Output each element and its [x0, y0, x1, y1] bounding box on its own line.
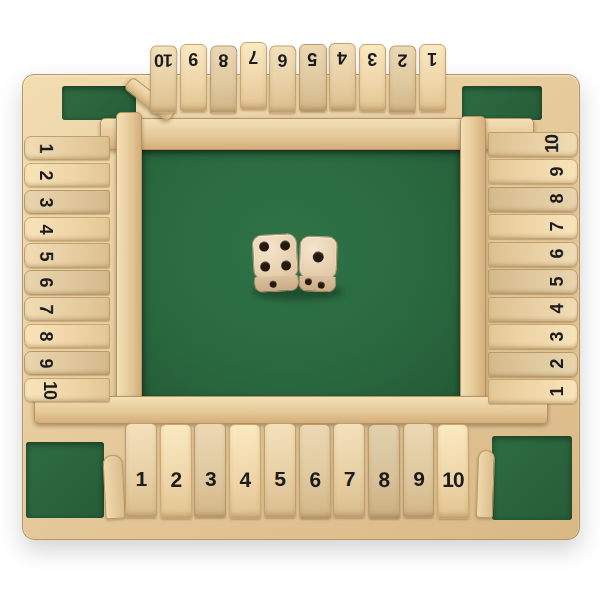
die-left[interactable] — [252, 233, 300, 293]
tile-number: 3 — [195, 468, 225, 489]
tile-row-top: 10987654321 — [150, 44, 446, 112]
tile-number: 10 — [151, 51, 176, 69]
tile-number: 8 — [37, 332, 55, 341]
tile-top-6[interactable]: 6 — [269, 45, 297, 113]
tile-number: 7 — [37, 305, 55, 314]
tile-number: 1 — [420, 50, 445, 68]
die-right[interactable] — [298, 235, 338, 292]
tile-number: 9 — [181, 50, 206, 68]
tile-number: 6 — [547, 250, 565, 259]
tile-number: 6 — [37, 278, 55, 287]
tile-bottom-9[interactable]: 9 — [403, 423, 435, 518]
tile-number: 2 — [161, 469, 191, 490]
felt-tray-corner-top-right — [462, 86, 542, 120]
tile-bottom-4[interactable]: 4 — [229, 424, 261, 519]
die-pip — [281, 260, 292, 271]
tile-top-8[interactable]: 8 — [209, 45, 237, 113]
tile-right-8[interactable]: 8 — [488, 187, 578, 212]
tile-left-1[interactable]: 1 — [24, 136, 110, 160]
tile-bottom-6[interactable]: 6 — [298, 424, 330, 519]
tile-number: 8 — [369, 469, 399, 490]
tile-top-7[interactable]: 7 — [240, 42, 267, 110]
tile-number: 6 — [270, 51, 295, 69]
tile-number: 2 — [547, 360, 565, 369]
die-pip — [260, 261, 271, 272]
inner-rail-left — [116, 112, 142, 404]
tile-top-5[interactable]: 5 — [299, 44, 326, 112]
tile-number: 9 — [547, 167, 565, 176]
tile-number: 4 — [330, 49, 356, 67]
die-left-top-face — [252, 233, 299, 280]
tile-number: 3 — [547, 332, 565, 341]
tile-number: 10 — [41, 381, 59, 399]
tile-number: 5 — [300, 50, 325, 68]
die-right-front-face — [298, 275, 337, 292]
tile-number: 8 — [211, 51, 236, 69]
tile-bottom-1[interactable]: 1 — [125, 423, 157, 518]
tile-right-1[interactable]: 1 — [488, 379, 578, 404]
tile-bottom-3[interactable]: 3 — [194, 423, 226, 518]
tile-number: 4 — [230, 469, 260, 490]
tile-number: 10 — [438, 469, 468, 490]
tile-row-right: 10987654321 — [488, 132, 578, 404]
tile-left-9[interactable]: 9 — [24, 351, 110, 375]
tile-bottom-2[interactable]: 2 — [159, 424, 191, 519]
tile-left-2[interactable]: 2 — [24, 163, 110, 187]
tile-right-3[interactable]: 3 — [488, 324, 578, 349]
tile-left-3[interactable]: 3 — [24, 190, 110, 214]
tile-number: 5 — [547, 277, 565, 286]
die-pip — [317, 281, 324, 288]
tile-number: 7 — [547, 222, 565, 231]
tile-top-3[interactable]: 3 — [359, 44, 386, 112]
tile-right-2[interactable]: 2 — [488, 352, 578, 377]
tile-number: 2 — [37, 171, 55, 180]
tile-top-2[interactable]: 2 — [388, 45, 416, 113]
tile-right-5[interactable]: 5 — [488, 269, 578, 294]
die-pip — [269, 280, 276, 287]
tile-right-6[interactable]: 6 — [488, 242, 578, 267]
tile-bottom-7[interactable]: 7 — [333, 423, 365, 518]
die-right-top-face — [298, 235, 337, 279]
die-left-front-face — [254, 275, 300, 293]
bottom-rack-post-left — [102, 455, 125, 520]
felt-tray-corner-bottom-right — [492, 436, 572, 520]
tile-left-7[interactable]: 7 — [24, 297, 110, 321]
tile-right-10[interactable]: 10 — [488, 132, 578, 157]
tile-row-bottom: 12345678910 — [125, 423, 469, 518]
tile-right-7[interactable]: 7 — [488, 214, 578, 239]
tile-number: 8 — [547, 195, 565, 204]
inner-rail-bottom — [34, 396, 548, 424]
tile-bottom-5[interactable]: 5 — [264, 423, 296, 518]
tile-number: 9 — [37, 358, 55, 367]
tile-top-1[interactable]: 1 — [419, 44, 446, 112]
tile-number: 5 — [37, 251, 55, 260]
tile-left-5[interactable]: 5 — [24, 243, 110, 267]
die-pip — [305, 278, 312, 285]
tile-number: 4 — [37, 224, 55, 233]
tile-number: 3 — [37, 197, 55, 206]
tile-top-9[interactable]: 9 — [180, 44, 207, 112]
tile-number: 7 — [334, 468, 364, 489]
tile-top-10[interactable]: 10 — [150, 45, 178, 113]
tile-left-8[interactable]: 8 — [24, 324, 110, 348]
tile-right-4[interactable]: 4 — [488, 297, 578, 322]
tile-left-6[interactable]: 6 — [24, 270, 110, 294]
tile-number: 1 — [37, 144, 55, 153]
die-pip — [280, 240, 291, 251]
tile-number: 10 — [543, 135, 561, 153]
tile-number: 7 — [241, 48, 266, 66]
tile-number: 9 — [404, 468, 434, 489]
die-pip — [313, 251, 324, 262]
tile-bottom-10[interactable]: 10 — [437, 424, 469, 519]
inner-rail-right — [460, 116, 486, 412]
tile-number: 3 — [360, 50, 385, 68]
tile-left-4[interactable]: 4 — [24, 217, 110, 241]
tile-number: 1 — [547, 387, 565, 396]
tile-number: 2 — [390, 51, 415, 69]
tile-number: 4 — [547, 305, 565, 314]
tile-right-9[interactable]: 9 — [488, 159, 578, 184]
tile-bottom-8[interactable]: 8 — [368, 424, 400, 519]
product-photo-stage: 10987654321 12345678910 10987654321 1234… — [0, 0, 600, 600]
tile-row-left: 12345678910 — [24, 136, 110, 402]
tile-left-10[interactable]: 10 — [24, 378, 110, 402]
felt-tray-corner-bottom-left — [26, 442, 104, 518]
die-pip — [259, 241, 270, 252]
tile-number: 6 — [299, 469, 329, 490]
tile-number: 1 — [126, 468, 156, 489]
bottom-rack-post-right — [476, 450, 495, 519]
tile-number: 5 — [265, 468, 295, 489]
tile-top-4[interactable]: 4 — [329, 43, 357, 111]
